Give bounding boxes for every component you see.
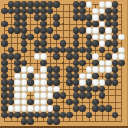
black-stone [1,34,7,40]
black-stone [73,105,79,111]
black-stone [86,79,92,85]
white-stone [34,99,40,105]
black-stone [14,1,20,7]
white-stone [21,66,27,72]
black-stone [21,27,27,33]
white-stone [53,86,59,92]
black-stone [1,21,7,27]
black-stone [53,47,59,53]
white-stone [14,92,20,98]
black-stone [14,66,20,72]
white-stone [86,27,92,33]
black-stone [47,66,53,72]
black-stone [27,73,33,79]
white-stone [99,66,105,72]
black-stone [112,60,118,66]
black-stone [14,53,20,59]
black-stone [21,21,27,27]
white-stone [105,66,111,72]
black-stone [34,27,40,33]
black-stone [60,92,66,98]
black-stone [79,92,85,98]
black-stone [73,99,79,105]
black-stone [86,21,92,27]
black-stone [8,92,14,98]
white-stone [34,73,40,79]
white-stone [34,86,40,92]
white-stone [14,86,20,92]
black-stone [73,14,79,20]
black-stone [1,73,7,79]
black-stone [112,34,118,40]
white-stone [34,92,40,98]
white-stone [40,86,46,92]
black-stone [40,21,46,27]
black-stone [112,8,118,14]
black-stone [79,14,85,20]
white-stone [105,27,111,33]
black-stone [99,27,105,33]
black-stone [105,21,111,27]
black-stone [79,60,85,66]
white-stone [99,21,105,27]
black-stone [8,53,14,59]
white-stone [105,1,111,7]
black-stone [53,118,59,124]
white-stone [99,1,105,7]
black-stone [53,66,59,72]
white-stone [21,92,27,98]
black-stone [53,112,59,118]
black-stone [112,47,118,53]
white-stone [118,53,124,59]
black-stone [105,14,111,20]
black-stone [60,40,66,46]
black-stone [99,86,105,92]
black-stone [92,73,98,79]
black-stone [34,40,40,46]
black-stone [40,1,46,7]
black-stone [112,112,118,118]
black-stone [66,53,72,59]
white-stone [92,27,98,33]
black-stone [21,14,27,20]
black-stone [118,60,124,66]
black-stone [73,40,79,46]
black-stone [47,118,53,124]
black-stone [1,86,7,92]
white-stone [92,8,98,14]
black-stone [92,60,98,66]
black-stone [86,40,92,46]
white-stone [118,34,124,40]
star-point [101,101,103,103]
black-stone [105,79,111,85]
black-stone [1,99,7,105]
black-stone [73,73,79,79]
black-stone [21,34,27,40]
black-stone [53,73,59,79]
black-stone [1,60,7,66]
white-stone [47,92,53,98]
white-stone [92,53,98,59]
black-stone [47,99,53,105]
black-stone [53,105,59,111]
black-stone [105,53,111,59]
black-stone [66,79,72,85]
black-stone [14,8,20,14]
black-stone [21,40,27,46]
black-stone [79,1,85,7]
black-stone [34,14,40,20]
black-stone [8,79,14,85]
black-stone [40,14,46,20]
white-stone [112,53,118,59]
black-stone [66,47,72,53]
board-edge-bottom [0,126,128,128]
black-stone [92,21,98,27]
black-stone [99,14,105,20]
white-stone [92,66,98,72]
black-stone [47,47,53,53]
black-stone [86,86,92,92]
white-stone [27,86,33,92]
black-stone [40,47,46,53]
black-stone [92,105,98,111]
black-stone [27,8,33,14]
black-stone [86,92,92,98]
black-stone [47,27,53,33]
black-stone [79,27,85,33]
black-stone [60,47,66,53]
black-stone [47,8,53,14]
black-stone [79,86,85,92]
black-stone [1,53,7,59]
black-stone [14,112,20,118]
black-stone [92,40,98,46]
black-stone [21,118,27,124]
black-stone [40,34,46,40]
black-stone [73,92,79,98]
black-stone [73,1,79,7]
white-stone [40,92,46,98]
white-stone [14,79,20,85]
black-stone [14,14,20,20]
white-stone [92,34,98,40]
white-stone [21,73,27,79]
black-stone [1,92,7,98]
black-stone [21,112,27,118]
black-stone [40,40,46,46]
white-stone [86,73,92,79]
white-stone [40,105,46,111]
black-stone [79,105,85,111]
black-stone [40,60,46,66]
white-stone [99,40,105,46]
black-stone [99,47,105,53]
white-stone [79,79,85,85]
white-stone [47,105,53,111]
white-stone [92,14,98,20]
white-stone [86,66,92,72]
black-stone [27,34,33,40]
black-stone [1,112,7,118]
black-stone [66,66,72,72]
black-stone [53,34,59,40]
black-stone [34,8,40,14]
black-stone [21,60,27,66]
white-stone [92,79,98,85]
board-surface[interactable] [0,0,128,128]
black-stone [14,27,20,33]
black-stone [112,79,118,85]
white-stone [105,60,111,66]
black-stone [47,79,53,85]
white-stone [40,53,46,59]
white-stone [14,73,20,79]
black-stone [1,66,7,72]
white-stone [99,60,105,66]
white-stone [40,99,46,105]
black-stone [1,105,7,111]
black-stone [112,21,118,27]
black-stone [14,21,20,27]
black-stone [99,92,105,98]
black-stone [53,53,59,59]
black-stone [79,8,85,14]
black-stone [73,66,79,72]
black-stone [53,79,59,85]
black-stone [27,1,33,7]
white-stone [40,79,46,85]
black-stone [105,40,111,46]
black-stone [8,1,14,7]
black-stone [8,47,14,53]
black-stone [1,79,7,85]
white-stone [34,79,40,85]
white-stone [14,99,20,105]
white-stone [21,79,27,85]
white-stone [21,105,27,111]
white-stone [27,66,33,72]
black-stone [112,40,118,46]
white-stone [86,1,92,7]
black-stone [40,8,46,14]
black-stone [86,53,92,59]
black-stone [66,112,72,118]
black-stone [40,112,46,118]
black-stone [21,1,27,7]
black-stone [53,21,59,27]
white-stone [99,34,105,40]
black-stone [112,1,118,7]
black-stone [27,112,33,118]
black-stone [34,1,40,7]
black-stone [14,60,20,66]
black-stone [73,27,79,33]
white-stone [40,66,46,72]
star-point [62,101,64,103]
black-stone [86,47,92,53]
black-stone [40,27,46,33]
black-stone [86,14,92,20]
black-stone [86,112,92,118]
black-stone [27,118,33,124]
black-stone [8,112,14,118]
black-stone [105,8,111,14]
black-stone [60,112,66,118]
black-stone [1,8,7,14]
black-stone [66,73,72,79]
black-stone [105,73,111,79]
black-stone [73,79,79,85]
black-stone [112,73,118,79]
black-stone [27,99,33,105]
black-stone [47,112,53,118]
white-stone [14,105,20,111]
black-stone [21,8,27,14]
black-stone [8,27,14,33]
black-stone [105,105,111,111]
black-stone [73,34,79,40]
black-stone [73,53,79,59]
black-stone [73,60,79,66]
black-stone [8,8,14,14]
white-stone [21,99,27,105]
black-stone [53,14,59,20]
white-stone [34,105,40,111]
black-stone [73,47,79,53]
black-stone [99,105,105,111]
white-stone [40,73,46,79]
black-stone [47,1,53,7]
black-stone [79,47,85,53]
white-stone [118,47,124,53]
go-board[interactable] [0,0,128,128]
black-stone [53,1,59,7]
white-stone [21,86,27,92]
black-stone [53,92,59,98]
white-stone [27,105,33,111]
black-stone [8,86,14,92]
black-stone [92,86,98,92]
board-edge-right [127,0,128,128]
black-stone [73,8,79,14]
black-stone [86,34,92,40]
star-point [62,23,64,25]
black-stone [8,99,14,105]
white-stone [99,8,105,14]
black-stone [21,47,27,53]
black-stone [112,66,118,72]
white-stone [34,53,40,59]
black-stone [66,99,72,105]
black-stone [112,27,118,33]
black-stone [112,14,118,20]
black-stone [27,79,33,85]
white-stone [47,86,53,92]
white-stone [99,79,105,85]
black-stone [47,73,53,79]
black-stone [34,112,40,118]
white-stone [79,73,85,79]
black-stone [1,40,7,46]
black-stone [34,47,40,53]
white-stone [105,34,111,40]
star-point [62,62,64,64]
black-stone [73,86,79,92]
black-stone [92,99,98,105]
white-stone [8,105,14,111]
